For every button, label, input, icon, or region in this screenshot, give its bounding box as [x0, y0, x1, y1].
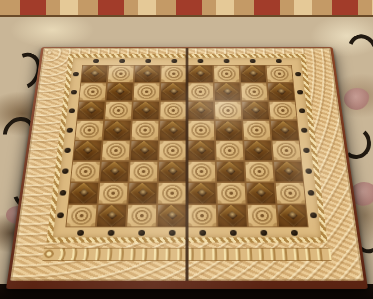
border-dot [92, 59, 98, 63]
carved-diamond [272, 121, 296, 139]
square-g3[interactable] [245, 161, 273, 181]
carved-diamond [217, 121, 241, 139]
carved-diamond [99, 205, 124, 226]
carved-diamond [246, 141, 270, 160]
carved-diamond [279, 205, 305, 226]
border-dot [72, 72, 78, 76]
square-a4[interactable] [73, 141, 101, 160]
square-c4[interactable] [130, 141, 157, 160]
carved-diamond [162, 83, 185, 100]
carved-diamond [134, 102, 157, 120]
carved-diamond [83, 66, 105, 83]
carved-diamond [189, 66, 211, 83]
border-dot [64, 148, 71, 153]
square-c8[interactable] [134, 66, 159, 83]
carved-diamond [269, 83, 292, 100]
carved-diamond [189, 102, 212, 120]
square-a6[interactable] [77, 102, 104, 120]
carved-diamond [215, 83, 238, 100]
border-dot [61, 169, 68, 174]
square-g4[interactable] [244, 141, 272, 160]
square-c7[interactable] [133, 83, 159, 100]
carved-diamond [160, 161, 184, 181]
border-dot [171, 59, 177, 63]
square-d1[interactable] [157, 205, 186, 226]
photo-scene [0, 0, 373, 299]
chessboard [6, 47, 368, 289]
carved-diamond [241, 66, 263, 83]
carved-diamond [108, 83, 131, 100]
square-g1[interactable] [247, 205, 277, 226]
border-dot [56, 213, 63, 219]
square-f1[interactable] [217, 205, 246, 226]
square-a5[interactable] [75, 121, 103, 139]
square-h6[interactable] [269, 102, 296, 120]
border-dot [66, 128, 73, 133]
square-f8[interactable] [214, 66, 239, 83]
border-dot [275, 59, 281, 63]
border-dot [229, 230, 236, 236]
square-c1[interactable] [127, 205, 156, 226]
border-dot [249, 59, 255, 63]
carved-diamond [102, 161, 126, 181]
border-dot [296, 90, 302, 95]
square-g5[interactable] [243, 121, 270, 139]
square-e3[interactable] [187, 161, 214, 181]
square-b1[interactable] [96, 205, 126, 226]
square-d5[interactable] [159, 121, 185, 139]
square-h8[interactable] [266, 66, 292, 83]
square-h2[interactable] [275, 183, 305, 204]
carved-outer-border [10, 48, 364, 281]
square-b7[interactable] [106, 83, 132, 100]
square-c3[interactable] [129, 161, 157, 181]
square-g6[interactable] [242, 102, 269, 120]
border-dot [290, 230, 297, 236]
border-dot [144, 59, 150, 63]
square-a7[interactable] [79, 83, 106, 100]
carved-diamond [71, 183, 96, 204]
square-c5[interactable] [131, 121, 158, 139]
square-e8[interactable] [187, 66, 212, 83]
center-fold-seam [184, 48, 189, 281]
square-h5[interactable] [270, 121, 298, 139]
border-dot [309, 213, 316, 219]
square-d2[interactable] [158, 183, 186, 204]
square-b2[interactable] [98, 183, 127, 204]
square-c2[interactable] [128, 183, 156, 204]
square-f3[interactable] [216, 161, 244, 181]
square-h7[interactable] [267, 83, 294, 100]
square-a2[interactable] [68, 183, 98, 204]
carved-diamond [75, 141, 99, 160]
border-dot [307, 190, 314, 196]
square-f5[interactable] [215, 121, 242, 139]
square-a3[interactable] [71, 161, 100, 181]
carved-diamond [159, 205, 184, 226]
square-e5[interactable] [187, 121, 213, 139]
border-dot [259, 230, 266, 236]
square-f4[interactable] [216, 141, 243, 160]
border-dot [298, 108, 305, 113]
border-dot [137, 230, 144, 236]
border-dot [223, 59, 229, 63]
border-dot [59, 190, 66, 196]
square-g8[interactable] [240, 66, 266, 83]
carved-diamond [132, 141, 156, 160]
border-dot [68, 108, 75, 113]
carved-diamond [130, 183, 155, 204]
border-dot [118, 59, 124, 63]
square-g7[interactable] [241, 83, 267, 100]
square-e6[interactable] [187, 102, 213, 120]
square-d7[interactable] [160, 83, 185, 100]
square-b8[interactable] [107, 66, 133, 83]
border-dot [168, 230, 175, 236]
border-dot [197, 59, 203, 63]
square-f7[interactable] [214, 83, 240, 100]
carpet-red-strip [0, 0, 373, 17]
carved-diamond [136, 66, 158, 83]
square-h1[interactable] [277, 205, 307, 226]
square-h3[interactable] [274, 161, 303, 181]
carved-diamond [189, 183, 214, 204]
carved-diamond [243, 102, 266, 120]
square-g2[interactable] [246, 183, 275, 204]
carpet-pattern-blob [344, 88, 370, 110]
carved-diamond [189, 141, 213, 160]
carved-diamond [248, 183, 273, 204]
square-e4[interactable] [187, 141, 214, 160]
square-b5[interactable] [103, 121, 130, 139]
carved-diamond [161, 121, 185, 139]
carved-diamond [219, 205, 244, 226]
border-dot [198, 230, 205, 236]
border-dot [303, 148, 310, 153]
carved-diamond [79, 102, 102, 120]
border-dot [70, 90, 76, 95]
square-a8[interactable] [81, 66, 107, 83]
square-f2[interactable] [217, 183, 245, 204]
square-e7[interactable] [187, 83, 212, 100]
carved-diamond [105, 121, 128, 139]
border-dot [107, 230, 114, 236]
border-dot [76, 230, 83, 236]
square-d6[interactable] [160, 102, 186, 120]
square-b3[interactable] [100, 161, 128, 181]
square-b6[interactable] [105, 102, 132, 120]
border-dot [300, 128, 307, 133]
square-d3[interactable] [158, 161, 185, 181]
square-h4[interactable] [272, 141, 300, 160]
square-c6[interactable] [132, 102, 158, 120]
square-a1[interactable] [66, 205, 96, 226]
square-b4[interactable] [101, 141, 129, 160]
square-e2[interactable] [187, 183, 215, 204]
square-f6[interactable] [215, 102, 241, 120]
border-dot [305, 169, 312, 174]
square-e1[interactable] [187, 205, 216, 226]
square-d4[interactable] [159, 141, 186, 160]
square-d8[interactable] [161, 66, 186, 83]
carved-diamond [276, 161, 301, 181]
border-dot [294, 72, 300, 76]
carved-diamond [218, 161, 242, 181]
